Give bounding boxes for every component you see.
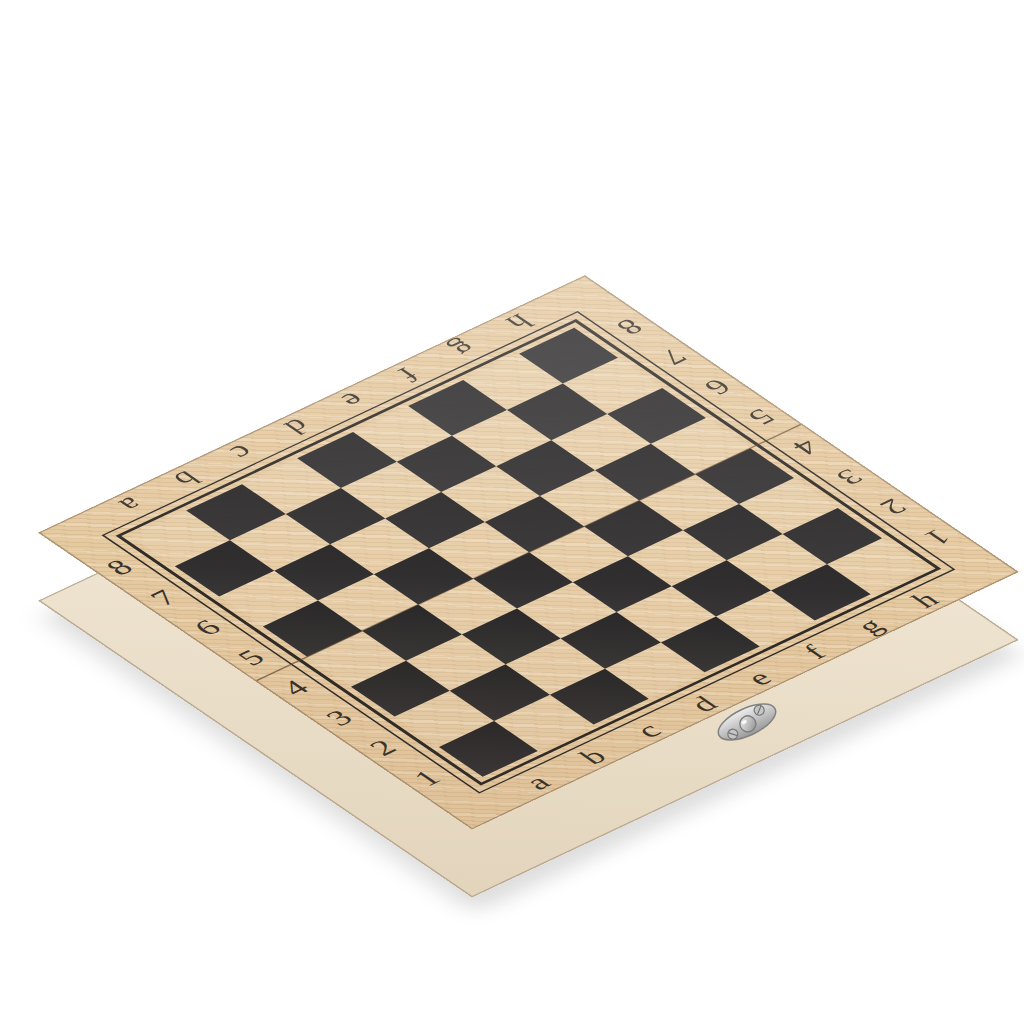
product-photo-canvas: abcdefgh abcdefgh 87654321 87654321 [0, 0, 1024, 1024]
board-top-face: abcdefgh abcdefgh 87654321 87654321 [38, 275, 1019, 829]
